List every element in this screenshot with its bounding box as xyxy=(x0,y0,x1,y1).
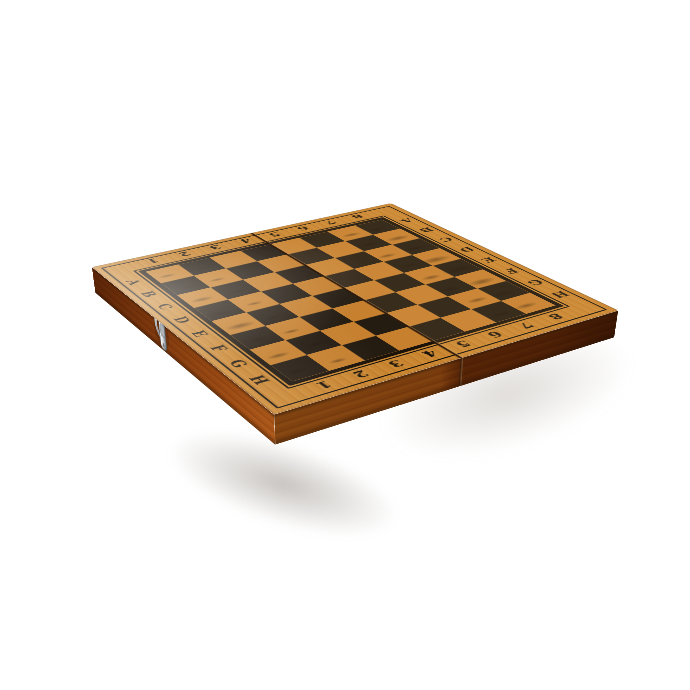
rank-label-bottom-5: 5 xyxy=(444,336,482,352)
rank-label-top-6: 6 xyxy=(288,224,318,234)
piece-light-pawn-h7: ♟ xyxy=(483,246,523,315)
piece-dark-pawn-h2: ♟ xyxy=(322,304,355,361)
file-label-left-G: G xyxy=(220,355,257,372)
rank-label-bottom-1: 1 xyxy=(303,376,343,394)
file-label-left-B: B xyxy=(133,287,165,300)
file-label-left-A: A xyxy=(118,276,149,289)
rank-label-bottom-8: 8 xyxy=(537,310,573,324)
rank-label-bottom-2: 2 xyxy=(340,366,380,383)
file-label-left-E: E xyxy=(183,326,217,341)
file-label-left-F: F xyxy=(201,340,236,356)
file-label-left-H: H xyxy=(240,371,278,389)
rank-label-bottom-6: 6 xyxy=(476,327,513,342)
rank-label-bottom-3: 3 xyxy=(376,356,415,373)
perspective-scene: AA11BB22CC33DD44EE55FF66GG77HH88 ♜♞♝♛♚♝♞… xyxy=(0,0,690,690)
file-label-left-D: D xyxy=(165,312,198,327)
chess-board: AA11BB22CC33DD44EE55FF66GG77HH88 ♜♞♝♛♚♝♞… xyxy=(92,203,619,414)
rank-label-bottom-4: 4 xyxy=(410,346,448,362)
latch-icon xyxy=(149,300,173,361)
rank-label-bottom-7: 7 xyxy=(507,318,544,333)
photo-stage: Overhead product photo of a folding wood… xyxy=(0,0,690,690)
piece-dark-rook-h1: ♜ xyxy=(280,307,318,372)
latch xyxy=(149,300,173,361)
box-side-fold-gap xyxy=(459,357,464,386)
